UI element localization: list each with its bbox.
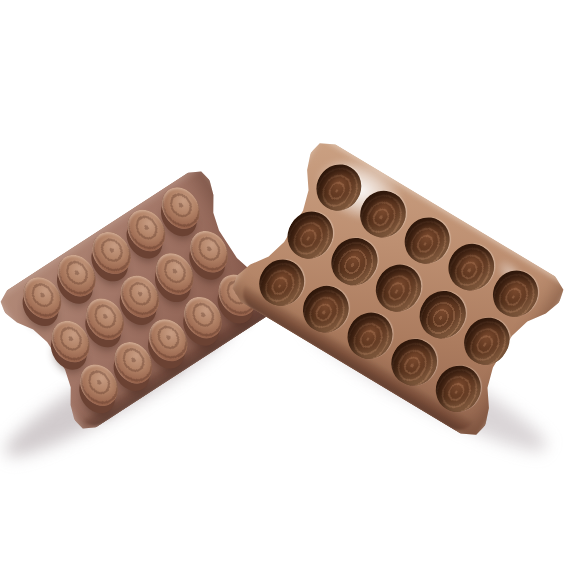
front-mold-cavity-grid [250,154,548,422]
front-mold [226,135,569,442]
product-photo-stage [0,0,570,570]
back-mold-dome-grid [15,178,266,414]
